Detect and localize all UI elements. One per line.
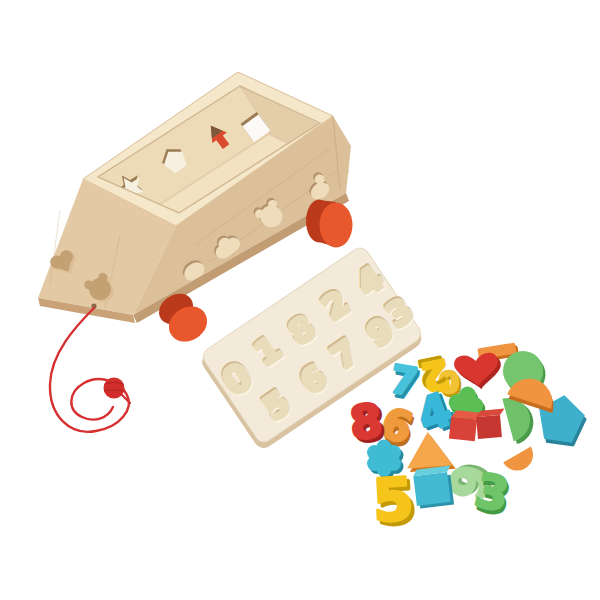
block-digit-5: 5 5 <box>371 465 418 539</box>
blocks-pile: 0 0 7 7 2 2 <box>347 342 589 539</box>
svg-text:5: 5 <box>371 465 415 535</box>
string-bead <box>104 378 125 399</box>
scene: 000 111 888 222 444 555 666 777 999 333 … <box>0 0 600 600</box>
toy-product-photo: 000 111 888 222 444 555 666 777 999 333 … <box>0 0 600 600</box>
block-cube-2 <box>476 409 507 439</box>
pull-string <box>50 308 129 432</box>
right-wheel <box>306 200 353 248</box>
